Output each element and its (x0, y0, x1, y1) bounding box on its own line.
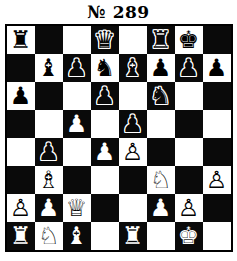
square-d1 (91, 222, 119, 250)
square-f3: ♘ (147, 166, 175, 194)
square-d3 (91, 166, 119, 194)
piece-white-pawn: ♟ (66, 110, 88, 138)
square-a8: ♜ (7, 26, 35, 54)
square-g4 (175, 138, 203, 166)
square-c6 (63, 82, 91, 110)
square-b2: ♟ (35, 194, 63, 222)
square-e2 (119, 194, 147, 222)
square-a2: ♙ (7, 194, 35, 222)
square-h7: ♟ (203, 54, 231, 82)
square-b1: ♘ (35, 222, 63, 250)
square-c2: ♕ (63, 194, 91, 222)
piece-black-pawn: ♟ (94, 82, 116, 110)
piece-black-pawn: ♟ (150, 54, 172, 82)
square-g7: ♟ (175, 54, 203, 82)
square-g1: ♚ (175, 222, 203, 250)
square-b8 (35, 26, 63, 54)
square-h2 (203, 194, 231, 222)
square-a1: ♜ (7, 222, 35, 250)
square-b3: ♗ (35, 166, 63, 194)
square-a3 (7, 166, 35, 194)
piece-white-knight: ♘ (38, 222, 60, 250)
piece-white-pawn: ♙ (206, 166, 228, 194)
square-h5 (203, 110, 231, 138)
square-d8: ♛ (91, 26, 119, 54)
square-f5 (147, 110, 175, 138)
square-f2: ♟ (147, 194, 175, 222)
piece-white-pawn: ♟ (150, 194, 172, 222)
square-h8 (203, 26, 231, 54)
piece-black-pawn: ♟ (66, 54, 88, 82)
piece-black-knight: ♞ (94, 54, 116, 82)
piece-white-pawn: ♙ (178, 194, 200, 222)
square-e5: ♟ (119, 110, 147, 138)
chess-board: ♜♛♜♚♝♟♞♝♟♟♟♟♟♞♟♟♟♟♙♗♘♙♙♟♕♟♙♜♘♝♜♚ (7, 26, 231, 250)
piece-white-knight: ♘ (150, 166, 172, 194)
square-e3 (119, 166, 147, 194)
square-a4 (7, 138, 35, 166)
square-c8 (63, 26, 91, 54)
piece-white-bishop: ♗ (38, 166, 60, 194)
square-f7: ♟ (147, 54, 175, 82)
board-frame: ♜♛♜♚♝♟♞♝♟♟♟♟♟♞♟♟♟♟♙♗♘♙♙♟♕♟♙♜♘♝♜♚ (5, 24, 233, 252)
piece-white-pawn: ♙ (10, 194, 32, 222)
square-a5 (7, 110, 35, 138)
piece-white-rook: ♜ (122, 222, 144, 250)
square-d7: ♞ (91, 54, 119, 82)
piece-white-pawn: ♟ (38, 194, 60, 222)
square-c3 (63, 166, 91, 194)
piece-white-pawn: ♙ (122, 138, 144, 166)
piece-black-rook: ♜ (150, 26, 172, 54)
square-d5 (91, 110, 119, 138)
piece-black-knight: ♞ (150, 82, 172, 110)
square-c1: ♝ (63, 222, 91, 250)
square-e8 (119, 26, 147, 54)
square-b7: ♝ (35, 54, 63, 82)
square-a7 (7, 54, 35, 82)
piece-white-pawn: ♟ (94, 138, 116, 166)
piece-white-king: ♚ (178, 222, 200, 250)
piece-black-pawn: ♟ (178, 54, 200, 82)
square-f8: ♜ (147, 26, 175, 54)
square-e4: ♙ (119, 138, 147, 166)
square-g8: ♚ (175, 26, 203, 54)
piece-black-pawn: ♟ (10, 82, 32, 110)
piece-black-bishop: ♝ (122, 54, 144, 82)
piece-white-rook: ♜ (10, 222, 32, 250)
piece-black-pawn: ♟ (206, 54, 228, 82)
square-d4: ♟ (91, 138, 119, 166)
piece-black-rook: ♜ (10, 26, 32, 54)
piece-black-bishop: ♝ (38, 54, 60, 82)
square-d6: ♟ (91, 82, 119, 110)
square-c4 (63, 138, 91, 166)
square-h3: ♙ (203, 166, 231, 194)
square-g6 (175, 82, 203, 110)
square-g5 (175, 110, 203, 138)
square-d2 (91, 194, 119, 222)
piece-white-queen: ♕ (66, 194, 88, 222)
piece-black-pawn: ♟ (122, 110, 144, 138)
piece-black-queen: ♛ (94, 26, 116, 54)
square-h6 (203, 82, 231, 110)
square-a6: ♟ (7, 82, 35, 110)
puzzle-title: № 289 (0, 0, 237, 24)
square-f6: ♞ (147, 82, 175, 110)
piece-black-pawn: ♟ (38, 138, 60, 166)
square-e1: ♜ (119, 222, 147, 250)
square-f4 (147, 138, 175, 166)
square-c7: ♟ (63, 54, 91, 82)
square-h4 (203, 138, 231, 166)
page: № 289 ♜♛♜♚♝♟♞♝♟♟♟♟♟♞♟♟♟♟♙♗♘♙♙♟♕♟♙♜♘♝♜♚ (0, 0, 237, 261)
square-b6 (35, 82, 63, 110)
square-g3 (175, 166, 203, 194)
square-e6 (119, 82, 147, 110)
square-f1 (147, 222, 175, 250)
piece-white-bishop: ♝ (66, 222, 88, 250)
square-b5 (35, 110, 63, 138)
square-b4: ♟ (35, 138, 63, 166)
piece-black-king: ♚ (178, 26, 200, 54)
square-c5: ♟ (63, 110, 91, 138)
square-g2: ♙ (175, 194, 203, 222)
square-e7: ♝ (119, 54, 147, 82)
square-h1 (203, 222, 231, 250)
